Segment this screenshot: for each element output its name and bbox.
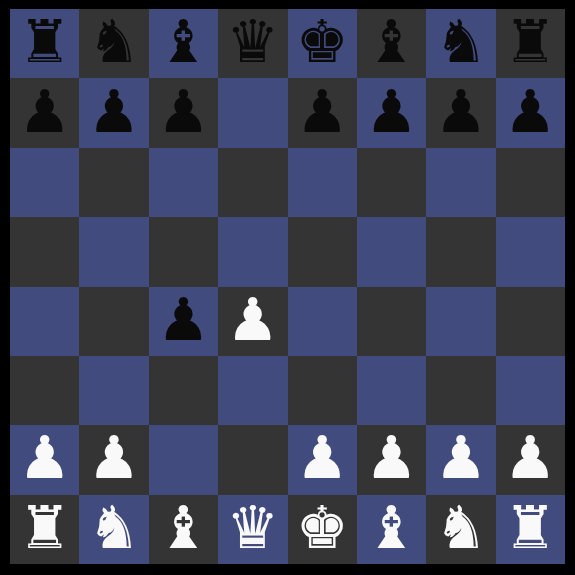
piece-black-bishop[interactable]: ♝ (157, 12, 210, 71)
square-b8[interactable]: ♞ (79, 9, 148, 78)
square-a4[interactable] (10, 287, 79, 356)
chess-board: ♜♞♝♛♚♝♞♜♟♟♟♟♟♟♟♟♟♟♟♟♟♟♟♜♞♝♛♚♝♞♜ (10, 9, 565, 564)
piece-black-rook[interactable]: ♜ (504, 12, 557, 71)
square-b1[interactable]: ♞ (79, 495, 148, 564)
square-a6[interactable] (10, 148, 79, 217)
square-d4[interactable]: ♟ (218, 287, 287, 356)
piece-black-bishop[interactable]: ♝ (365, 12, 418, 71)
piece-black-pawn[interactable]: ♟ (434, 82, 487, 141)
square-h8[interactable]: ♜ (496, 9, 565, 78)
square-f7[interactable]: ♟ (357, 78, 426, 147)
square-f1[interactable]: ♝ (357, 495, 426, 564)
square-a8[interactable]: ♜ (10, 9, 79, 78)
square-e1[interactable]: ♚ (288, 495, 357, 564)
square-e8[interactable]: ♚ (288, 9, 357, 78)
square-b4[interactable] (79, 287, 148, 356)
square-c8[interactable]: ♝ (149, 9, 218, 78)
square-e5[interactable] (288, 217, 357, 286)
square-d2[interactable] (218, 425, 287, 494)
square-f8[interactable]: ♝ (357, 9, 426, 78)
piece-white-pawn[interactable]: ♟ (504, 428, 557, 487)
piece-white-pawn[interactable]: ♟ (434, 428, 487, 487)
square-c1[interactable]: ♝ (149, 495, 218, 564)
piece-white-rook[interactable]: ♜ (18, 498, 71, 557)
piece-black-pawn[interactable]: ♟ (18, 82, 71, 141)
square-f6[interactable] (357, 148, 426, 217)
piece-black-pawn[interactable]: ♟ (365, 82, 418, 141)
piece-white-pawn[interactable]: ♟ (296, 428, 349, 487)
square-f2[interactable]: ♟ (357, 425, 426, 494)
square-g7[interactable]: ♟ (426, 78, 495, 147)
square-h7[interactable]: ♟ (496, 78, 565, 147)
square-g2[interactable]: ♟ (426, 425, 495, 494)
board-frame: ♜♞♝♛♚♝♞♜♟♟♟♟♟♟♟♟♟♟♟♟♟♟♟♜♞♝♛♚♝♞♜ (0, 0, 575, 575)
square-h1[interactable]: ♜ (496, 495, 565, 564)
piece-black-rook[interactable]: ♜ (18, 12, 71, 71)
square-d6[interactable] (218, 148, 287, 217)
square-e3[interactable] (288, 356, 357, 425)
square-c4[interactable]: ♟ (149, 287, 218, 356)
piece-black-pawn[interactable]: ♟ (157, 82, 210, 141)
square-b2[interactable]: ♟ (79, 425, 148, 494)
square-e2[interactable]: ♟ (288, 425, 357, 494)
square-a7[interactable]: ♟ (10, 78, 79, 147)
piece-white-rook[interactable]: ♜ (504, 498, 557, 557)
square-e7[interactable]: ♟ (288, 78, 357, 147)
square-d5[interactable] (218, 217, 287, 286)
square-d1[interactable]: ♛ (218, 495, 287, 564)
square-a1[interactable]: ♜ (10, 495, 79, 564)
square-f5[interactable] (357, 217, 426, 286)
piece-black-pawn[interactable]: ♟ (88, 82, 141, 141)
square-d7[interactable] (218, 78, 287, 147)
square-b7[interactable]: ♟ (79, 78, 148, 147)
square-b3[interactable] (79, 356, 148, 425)
piece-white-knight[interactable]: ♞ (434, 498, 487, 557)
piece-black-pawn[interactable]: ♟ (157, 290, 210, 349)
square-h3[interactable] (496, 356, 565, 425)
piece-black-queen[interactable]: ♛ (226, 12, 279, 71)
piece-white-pawn[interactable]: ♟ (18, 428, 71, 487)
square-f3[interactable] (357, 356, 426, 425)
square-f4[interactable] (357, 287, 426, 356)
piece-black-knight[interactable]: ♞ (434, 12, 487, 71)
square-b6[interactable] (79, 148, 148, 217)
piece-white-bishop[interactable]: ♝ (365, 498, 418, 557)
piece-white-bishop[interactable]: ♝ (157, 498, 210, 557)
square-b5[interactable] (79, 217, 148, 286)
square-g6[interactable] (426, 148, 495, 217)
square-e6[interactable] (288, 148, 357, 217)
piece-white-queen[interactable]: ♛ (226, 498, 279, 557)
square-c6[interactable] (149, 148, 218, 217)
square-c5[interactable] (149, 217, 218, 286)
square-c3[interactable] (149, 356, 218, 425)
square-g3[interactable] (426, 356, 495, 425)
square-a2[interactable]: ♟ (10, 425, 79, 494)
square-d8[interactable]: ♛ (218, 9, 287, 78)
piece-white-pawn[interactable]: ♟ (226, 290, 279, 349)
piece-white-knight[interactable]: ♞ (88, 498, 141, 557)
square-h2[interactable]: ♟ (496, 425, 565, 494)
square-d3[interactable] (218, 356, 287, 425)
piece-white-king[interactable]: ♚ (296, 498, 349, 557)
square-g8[interactable]: ♞ (426, 9, 495, 78)
piece-black-knight[interactable]: ♞ (88, 12, 141, 71)
piece-white-pawn[interactable]: ♟ (88, 428, 141, 487)
square-a5[interactable] (10, 217, 79, 286)
square-e4[interactable] (288, 287, 357, 356)
square-c7[interactable]: ♟ (149, 78, 218, 147)
piece-black-king[interactable]: ♚ (296, 12, 349, 71)
piece-black-pawn[interactable]: ♟ (296, 82, 349, 141)
piece-black-pawn[interactable]: ♟ (504, 82, 557, 141)
piece-white-pawn[interactable]: ♟ (365, 428, 418, 487)
square-h4[interactable] (496, 287, 565, 356)
square-c2[interactable] (149, 425, 218, 494)
square-h6[interactable] (496, 148, 565, 217)
square-h5[interactable] (496, 217, 565, 286)
square-g4[interactable] (426, 287, 495, 356)
square-g5[interactable] (426, 217, 495, 286)
square-a3[interactable] (10, 356, 79, 425)
square-g1[interactable]: ♞ (426, 495, 495, 564)
